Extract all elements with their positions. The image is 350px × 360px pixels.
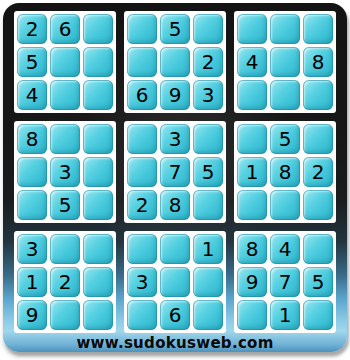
cell-r4c6[interactable] xyxy=(193,124,223,154)
cell-r9c3[interactable] xyxy=(83,300,113,330)
cell-r6c9[interactable] xyxy=(303,190,333,220)
board-frame: 265452693488353752851823129136849751 www… xyxy=(3,3,347,352)
cell-r9c7[interactable] xyxy=(237,300,267,330)
cell-r7c6[interactable]: 1 xyxy=(193,234,223,264)
cell-r8c1[interactable]: 1 xyxy=(17,267,47,297)
cell-r3c9[interactable] xyxy=(303,80,333,110)
cell-r9c9[interactable] xyxy=(303,300,333,330)
box-2: 52693 xyxy=(124,11,226,113)
cell-r1c4[interactable] xyxy=(127,14,157,44)
sudoku-widget: 265452693488353752851823129136849751 www… xyxy=(0,0,350,360)
cell-r7c1[interactable]: 3 xyxy=(17,234,47,264)
box-7: 3129 xyxy=(14,231,116,333)
cell-r5c5[interactable]: 7 xyxy=(160,157,190,187)
box-1: 2654 xyxy=(14,11,116,113)
cell-r4c3[interactable] xyxy=(83,124,113,154)
cell-r3c7[interactable] xyxy=(237,80,267,110)
cell-r8c6[interactable] xyxy=(193,267,223,297)
cell-r5c1[interactable] xyxy=(17,157,47,187)
cell-r9c5[interactable]: 6 xyxy=(160,300,190,330)
cell-r6c7[interactable] xyxy=(237,190,267,220)
cell-r5c6[interactable]: 5 xyxy=(193,157,223,187)
cell-r4c9[interactable] xyxy=(303,124,333,154)
cell-r1c5[interactable]: 5 xyxy=(160,14,190,44)
box-8: 136 xyxy=(124,231,226,333)
cell-r4c4[interactable] xyxy=(127,124,157,154)
cell-r2c2[interactable] xyxy=(50,47,80,77)
cell-r2c6[interactable]: 2 xyxy=(193,47,223,77)
cell-r8c3[interactable] xyxy=(83,267,113,297)
cell-r2c4[interactable] xyxy=(127,47,157,77)
cell-r9c4[interactable] xyxy=(127,300,157,330)
footer-bar: www.sudokusweb.com xyxy=(14,333,336,352)
cell-r8c5[interactable] xyxy=(160,267,190,297)
cell-r1c6[interactable] xyxy=(193,14,223,44)
cell-r1c3[interactable] xyxy=(83,14,113,44)
cell-r7c4[interactable] xyxy=(127,234,157,264)
cell-r4c1[interactable]: 8 xyxy=(17,124,47,154)
cell-r3c2[interactable] xyxy=(50,80,80,110)
cell-r2c7[interactable]: 4 xyxy=(237,47,267,77)
cell-r2c9[interactable]: 8 xyxy=(303,47,333,77)
cell-r7c9[interactable] xyxy=(303,234,333,264)
cell-r5c2[interactable]: 3 xyxy=(50,157,80,187)
cell-r3c6[interactable]: 3 xyxy=(193,80,223,110)
cell-r4c8[interactable]: 5 xyxy=(270,124,300,154)
cell-r8c7[interactable]: 9 xyxy=(237,267,267,297)
cell-r3c4[interactable]: 6 xyxy=(127,80,157,110)
cell-r9c6[interactable] xyxy=(193,300,223,330)
box-9: 849751 xyxy=(234,231,336,333)
cell-r5c9[interactable]: 2 xyxy=(303,157,333,187)
cell-r9c1[interactable]: 9 xyxy=(17,300,47,330)
cell-r2c3[interactable] xyxy=(83,47,113,77)
cell-r8c4[interactable]: 3 xyxy=(127,267,157,297)
cell-r5c8[interactable]: 8 xyxy=(270,157,300,187)
cell-r1c7[interactable] xyxy=(237,14,267,44)
cell-r7c5[interactable] xyxy=(160,234,190,264)
cell-r1c2[interactable]: 6 xyxy=(50,14,80,44)
cell-r5c3[interactable] xyxy=(83,157,113,187)
cell-r3c8[interactable] xyxy=(270,80,300,110)
box-5: 37528 xyxy=(124,121,226,223)
cell-r6c5[interactable]: 8 xyxy=(160,190,190,220)
cell-r6c1[interactable] xyxy=(17,190,47,220)
cell-r1c8[interactable] xyxy=(270,14,300,44)
cell-r1c9[interactable] xyxy=(303,14,333,44)
cell-r7c3[interactable] xyxy=(83,234,113,264)
cell-r2c8[interactable] xyxy=(270,47,300,77)
cell-r3c5[interactable]: 9 xyxy=(160,80,190,110)
cell-r9c8[interactable]: 1 xyxy=(270,300,300,330)
cell-r2c1[interactable]: 5 xyxy=(17,47,47,77)
cell-r8c2[interactable]: 2 xyxy=(50,267,80,297)
box-3: 48 xyxy=(234,11,336,113)
cell-r8c8[interactable]: 7 xyxy=(270,267,300,297)
sudoku-board: 265452693488353752851823129136849751 xyxy=(14,11,336,333)
cell-r9c2[interactable] xyxy=(50,300,80,330)
cell-r3c1[interactable]: 4 xyxy=(17,80,47,110)
cell-r7c8[interactable]: 4 xyxy=(270,234,300,264)
cell-r6c3[interactable] xyxy=(83,190,113,220)
box-6: 5182 xyxy=(234,121,336,223)
cell-r6c6[interactable] xyxy=(193,190,223,220)
cell-r5c7[interactable]: 1 xyxy=(237,157,267,187)
cell-r6c8[interactable] xyxy=(270,190,300,220)
box-4: 835 xyxy=(14,121,116,223)
cell-r5c4[interactable] xyxy=(127,157,157,187)
cell-r6c4[interactable]: 2 xyxy=(127,190,157,220)
cell-r8c9[interactable]: 5 xyxy=(303,267,333,297)
cell-r4c5[interactable]: 3 xyxy=(160,124,190,154)
website-url: www.sudokusweb.com xyxy=(76,334,273,352)
cell-r4c2[interactable] xyxy=(50,124,80,154)
cell-r6c2[interactable]: 5 xyxy=(50,190,80,220)
cell-r3c3[interactable] xyxy=(83,80,113,110)
cell-r1c1[interactable]: 2 xyxy=(17,14,47,44)
cell-r7c7[interactable]: 8 xyxy=(237,234,267,264)
cell-r4c7[interactable] xyxy=(237,124,267,154)
cell-r7c2[interactable] xyxy=(50,234,80,264)
cell-r2c5[interactable] xyxy=(160,47,190,77)
